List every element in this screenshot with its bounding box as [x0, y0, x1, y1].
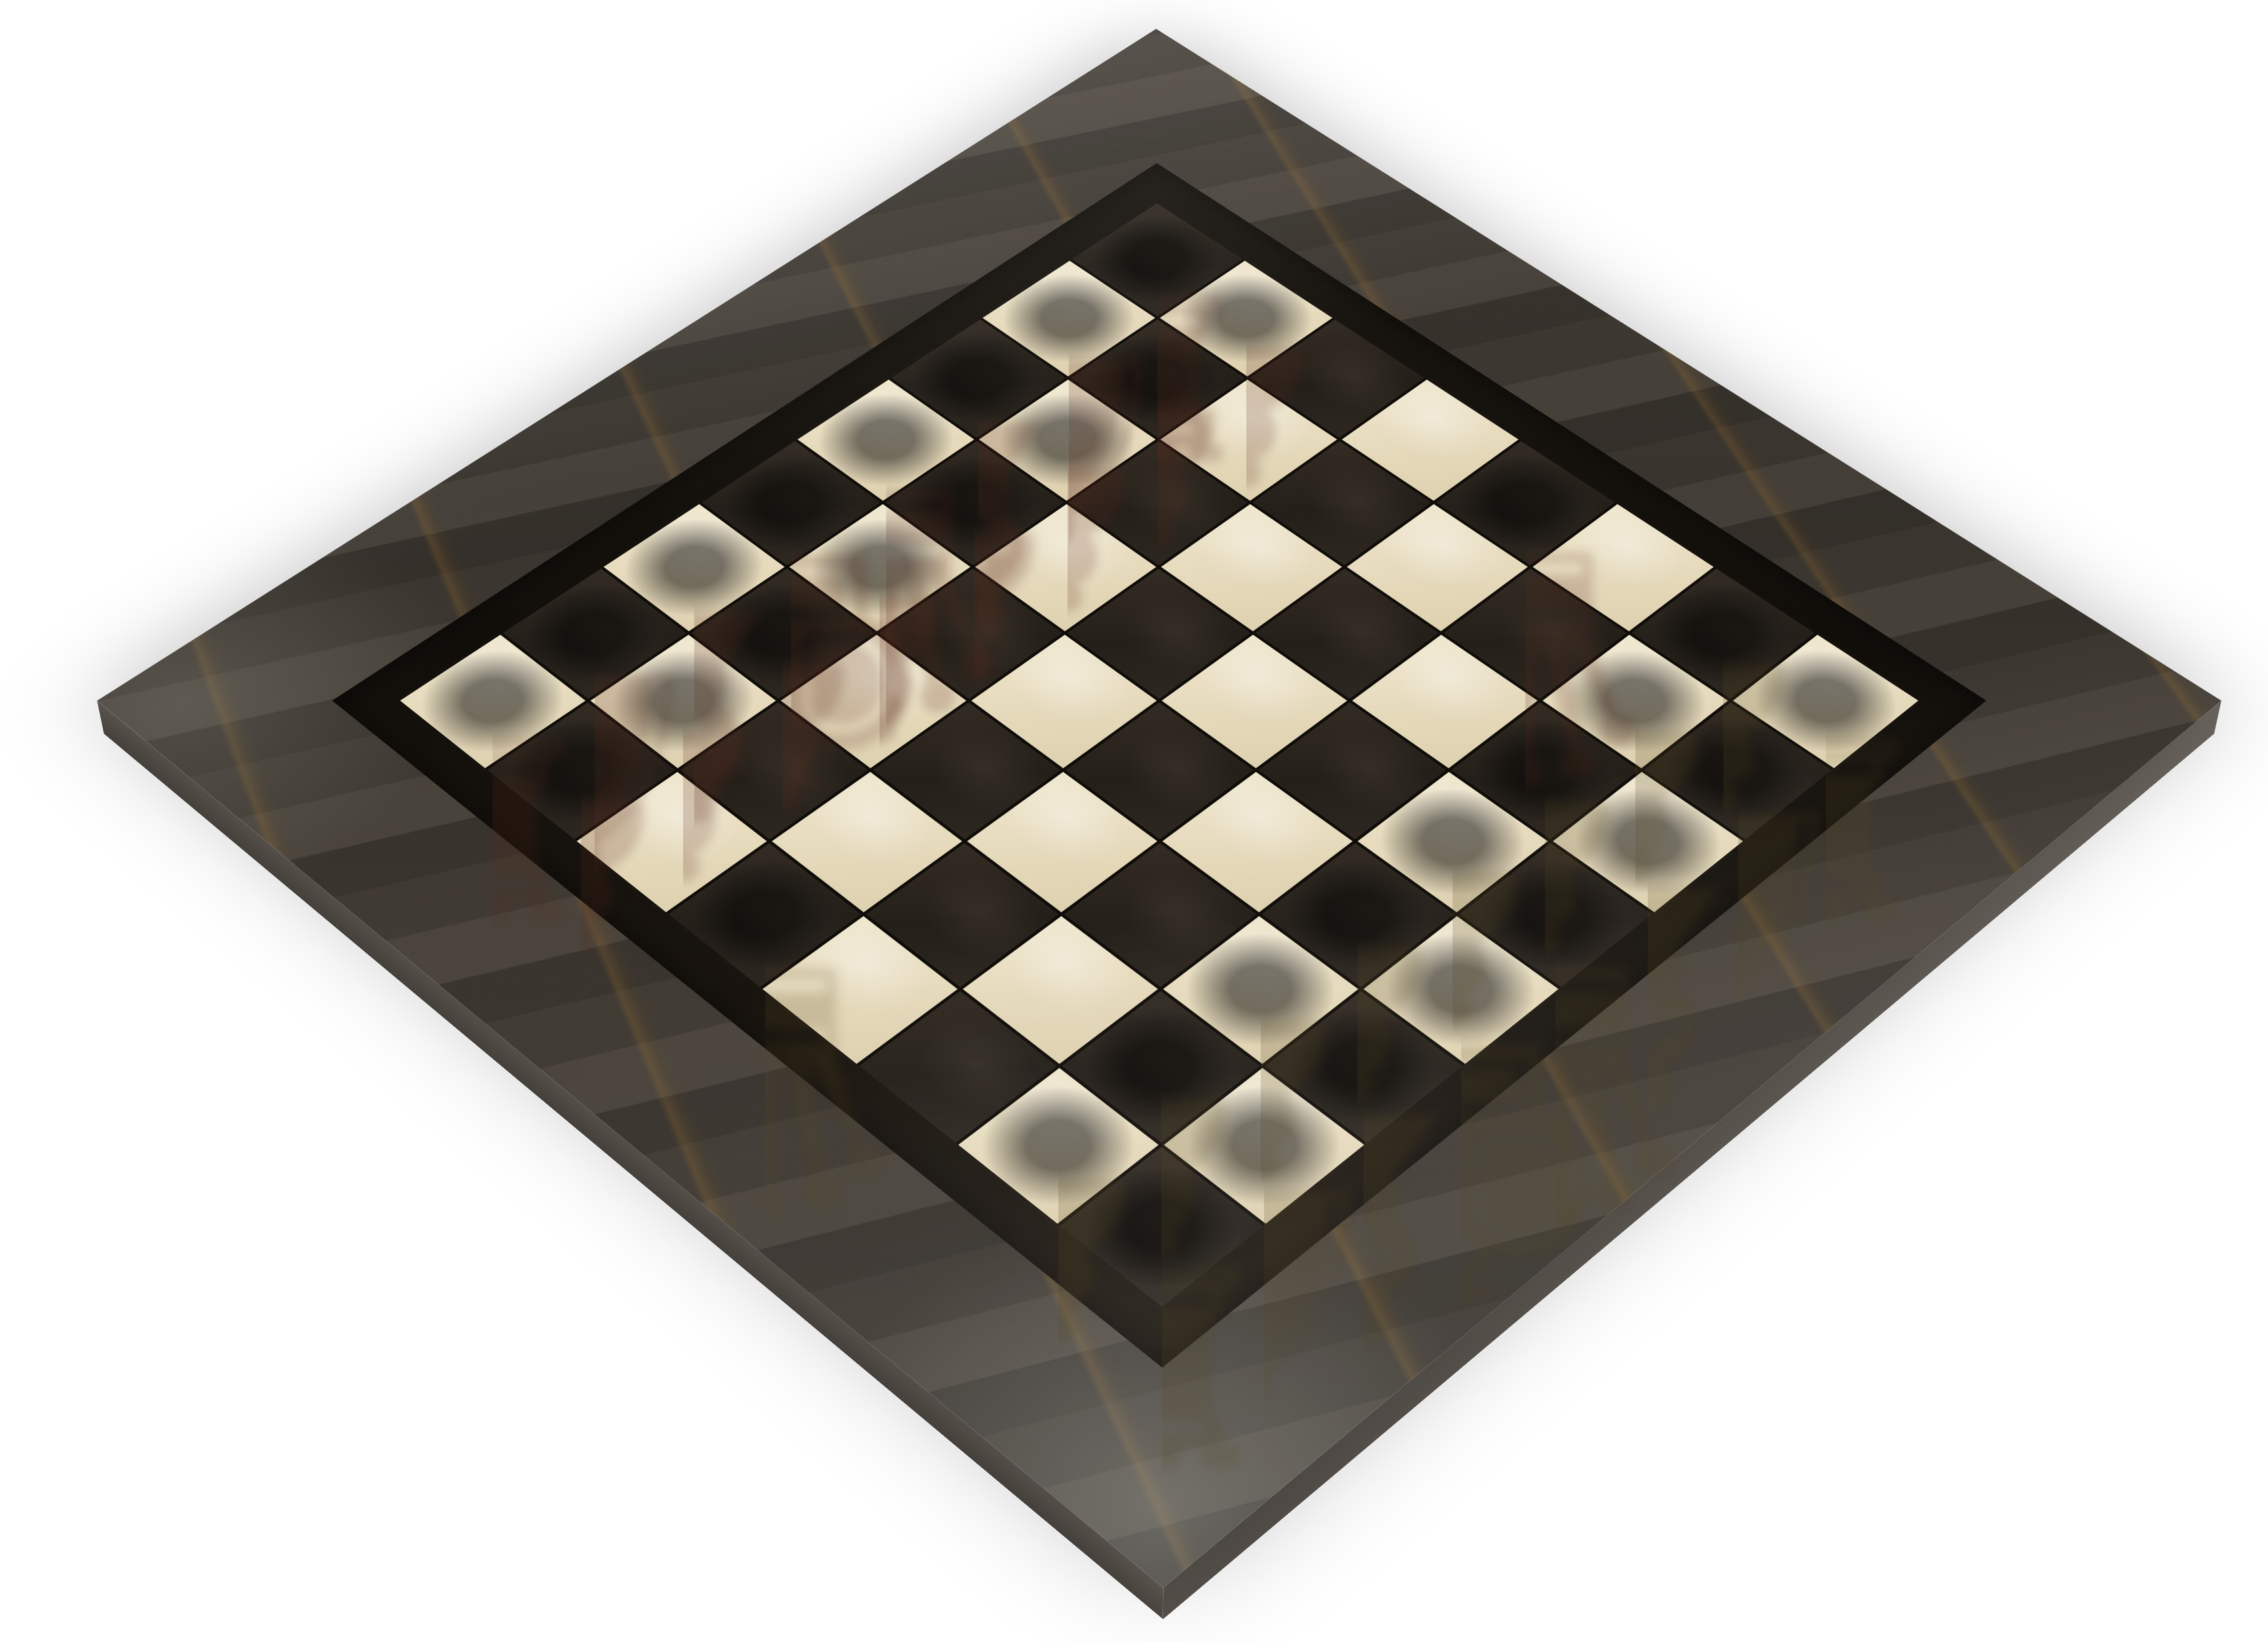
brass-queen-icon: ♛ [608, 564, 921, 914]
chess-board-scene: ♜♜♞♞♝♝♚♚♛♛♝♝♞♞♜♜♟♟♟♟♟♟♟♟♟♟♟♟♟♟♟♟♛♛♜♜♞♞♝♝… [0, 0, 2268, 1643]
brass-rook-icon: ♜ [1039, 953, 1284, 1227]
chess-board: ♜♜♞♞♝♝♚♚♛♛♝♝♞♞♜♜♟♟♟♟♟♟♟♟♟♟♟♟♟♟♟♟♛♛♜♜♞♞♝♝… [97, 29, 2222, 1587]
copper-queen-icon: ♛ [1380, 178, 1671, 503]
